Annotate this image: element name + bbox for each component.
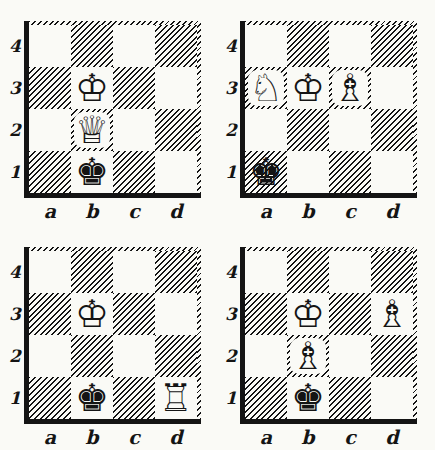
- square-a3: [29, 67, 71, 109]
- square-c2: [113, 109, 155, 151]
- square-d4: [371, 25, 413, 67]
- square-c3: [113, 67, 155, 109]
- square-c4: [329, 251, 371, 293]
- square-a4: [245, 251, 287, 293]
- square-c1: [113, 377, 155, 419]
- square-c1: [329, 377, 371, 419]
- rank-label-1: 1: [225, 388, 237, 408]
- square-c3: [329, 293, 371, 335]
- square-b2: ♕: [71, 109, 113, 151]
- file-labels: abcd: [24, 200, 201, 218]
- rank-labels: 4321: [224, 25, 240, 198]
- white-king-piece: ♔: [71, 67, 113, 109]
- chess-board: ♔♕♚: [24, 21, 201, 198]
- square-c2: [329, 109, 371, 151]
- square-a1: [29, 377, 71, 419]
- file-label-c: c: [128, 200, 140, 222]
- rank-label-4: 4: [225, 36, 237, 56]
- square-b3: ♔: [71, 293, 113, 335]
- square-d1: [371, 151, 413, 193]
- black-king-piece: ♚: [287, 377, 329, 419]
- rank-label-3: 3: [9, 304, 21, 324]
- rank-label-1: 1: [9, 388, 21, 408]
- rank-label-4: 4: [225, 262, 237, 282]
- square-b1: [287, 151, 329, 193]
- rank-label-3: 3: [225, 78, 237, 98]
- square-c2: [113, 335, 155, 377]
- diagram-bottom-left: 4321 ♔♚♖ abcd: [8, 226, 224, 450]
- square-b1: ♚: [71, 151, 113, 193]
- square-a1: ♚: [245, 151, 287, 193]
- rank-labels: 4321: [224, 251, 240, 424]
- square-b4: [71, 251, 113, 293]
- board-squares: ♔♕♚: [29, 25, 197, 193]
- square-c1: [329, 151, 371, 193]
- rank-label-3: 3: [9, 78, 21, 98]
- board-squares: ♔♗♗♚: [245, 251, 413, 419]
- square-c2: [329, 335, 371, 377]
- square-d2: [155, 109, 197, 151]
- square-d3: [155, 293, 197, 335]
- square-c3: [113, 293, 155, 335]
- file-label-b: b: [301, 200, 314, 222]
- white-queen-piece: ♕: [71, 109, 113, 151]
- white-knight-piece: ♘: [245, 67, 287, 109]
- white-king-piece: ♔: [287, 293, 329, 335]
- square-b4: [287, 251, 329, 293]
- white-bishop-piece: ♗: [287, 335, 329, 377]
- white-bishop-piece: ♗: [371, 293, 413, 335]
- file-label-d: d: [385, 200, 398, 222]
- white-king-piece: ♔: [287, 67, 329, 109]
- rank-labels: 4321: [8, 251, 24, 424]
- chess-board: ♘♔♗♚: [240, 21, 417, 198]
- rank-label-4: 4: [9, 262, 21, 282]
- rank-labels: 4321: [8, 25, 24, 198]
- square-b4: [71, 25, 113, 67]
- diagram-grid: 4321 ♔♕♚ abcd 4321 ♘♔♗♚ abcd 4321 ♔♚♖: [0, 0, 435, 450]
- square-a2: [245, 335, 287, 377]
- black-king-piece: ♚: [71, 151, 113, 193]
- chess-board: ♔♗♗♚: [240, 247, 417, 424]
- square-b3: ♔: [71, 67, 113, 109]
- square-d3: ♗: [371, 293, 413, 335]
- square-d4: [371, 251, 413, 293]
- black-king-piece: ♚: [245, 151, 287, 193]
- square-a3: ♘: [245, 67, 287, 109]
- file-labels: abcd: [24, 426, 201, 444]
- rank-label-4: 4: [9, 36, 21, 56]
- square-a1: [245, 377, 287, 419]
- white-king-piece: ♔: [71, 293, 113, 335]
- file-labels: abcd: [240, 200, 417, 218]
- square-b1: ♚: [287, 377, 329, 419]
- board-squares: ♔♚♖: [29, 251, 197, 419]
- square-b2: [71, 335, 113, 377]
- diagram-top-left: 4321 ♔♕♚ abcd: [8, 0, 224, 226]
- file-label-b: b: [85, 426, 98, 448]
- diagram-bottom-right: 4321 ♔♗♗♚ abcd: [224, 226, 435, 450]
- board-squares: ♘♔♗♚: [245, 25, 413, 193]
- black-king-piece: ♚: [71, 377, 113, 419]
- square-b1: ♚: [71, 377, 113, 419]
- square-a2: [29, 335, 71, 377]
- file-label-a: a: [260, 426, 272, 448]
- square-a3: [245, 293, 287, 335]
- file-label-c: c: [344, 426, 356, 448]
- square-b3: ♔: [287, 293, 329, 335]
- square-d1: ♖: [155, 377, 197, 419]
- square-d2: [155, 335, 197, 377]
- square-d2: [371, 109, 413, 151]
- rank-label-2: 2: [9, 120, 21, 140]
- file-label-d: d: [169, 200, 182, 222]
- square-d4: [155, 251, 197, 293]
- square-a4: [245, 25, 287, 67]
- square-d3: [371, 67, 413, 109]
- file-label-c: c: [128, 426, 140, 448]
- rank-label-1: 1: [9, 162, 21, 182]
- square-b3: ♔: [287, 67, 329, 109]
- square-b2: ♗: [287, 335, 329, 377]
- file-label-a: a: [260, 200, 272, 222]
- square-c1: [113, 151, 155, 193]
- chess-diagrams-page: 4321 ♔♕♚ abcd 4321 ♘♔♗♚ abcd 4321 ♔♚♖: [0, 0, 435, 450]
- rank-label-2: 2: [225, 346, 237, 366]
- diagram-top-right: 4321 ♘♔♗♚ abcd: [224, 0, 435, 226]
- file-label-d: d: [385, 426, 398, 448]
- white-bishop-piece: ♗: [329, 67, 371, 109]
- square-c4: [113, 251, 155, 293]
- square-c4: [113, 25, 155, 67]
- file-label-a: a: [44, 200, 56, 222]
- chess-board: ♔♚♖: [24, 247, 201, 424]
- white-rook-piece: ♖: [155, 377, 197, 419]
- file-label-c: c: [344, 200, 356, 222]
- square-c3: ♗: [329, 67, 371, 109]
- square-c4: [329, 25, 371, 67]
- file-label-a: a: [44, 426, 56, 448]
- square-d1: [155, 151, 197, 193]
- rank-label-1: 1: [225, 162, 237, 182]
- rank-label-2: 2: [225, 120, 237, 140]
- square-d3: [155, 67, 197, 109]
- square-a3: [29, 293, 71, 335]
- rank-label-3: 3: [225, 304, 237, 324]
- square-d2: [371, 335, 413, 377]
- square-a2: [245, 109, 287, 151]
- file-label-d: d: [169, 426, 182, 448]
- square-a1: [29, 151, 71, 193]
- square-a4: [29, 251, 71, 293]
- square-d4: [155, 25, 197, 67]
- square-a4: [29, 25, 71, 67]
- square-b2: [287, 109, 329, 151]
- square-d1: [371, 377, 413, 419]
- file-labels: abcd: [240, 426, 417, 444]
- file-label-b: b: [301, 426, 314, 448]
- rank-label-2: 2: [9, 346, 21, 366]
- square-b4: [287, 25, 329, 67]
- file-label-b: b: [85, 200, 98, 222]
- square-a2: [29, 109, 71, 151]
